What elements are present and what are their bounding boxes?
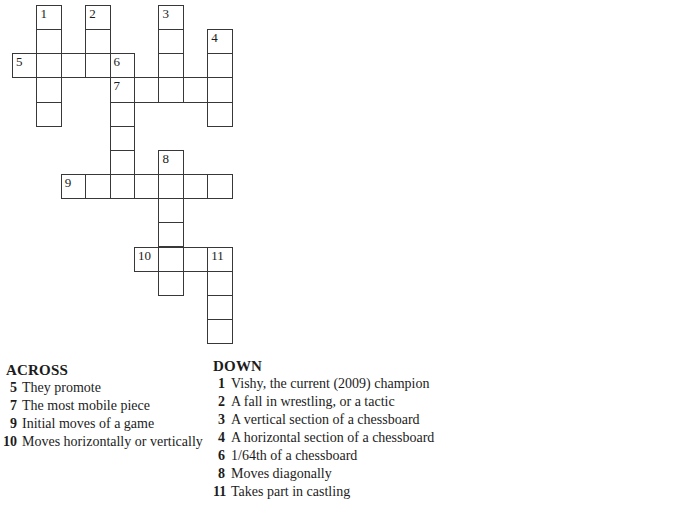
clue-across-7: 7 The most mobile piece xyxy=(0,397,212,415)
cell-number: 7 xyxy=(114,79,121,92)
clue-number: 6 xyxy=(213,447,225,465)
clue-number: 3 xyxy=(213,411,225,429)
grid-cell-r6c6[interactable]: 8 xyxy=(158,150,183,175)
grid-cell-r11c8[interactable] xyxy=(207,271,232,296)
grid-cell-r2c8[interactable] xyxy=(207,53,232,78)
clue-text: Vishy, the current (2009) champion xyxy=(231,375,429,393)
across-clues-section: ACROSS 5 They promote 7 The most mobile … xyxy=(0,361,212,451)
clue-text: A horizontal section of a chessboard xyxy=(231,429,434,447)
crossword-page: 1234567891011 ACROSS 5 They promote 7 Th… xyxy=(0,0,700,528)
clue-number: 9 xyxy=(0,415,17,433)
grid-cell-r1c8[interactable]: 4 xyxy=(207,29,232,54)
clue-text: They promote xyxy=(22,379,101,397)
cell-number: 2 xyxy=(89,7,96,20)
grid-cell-r4c1[interactable] xyxy=(36,102,61,127)
grid-cell-r13c8[interactable] xyxy=(207,319,232,344)
clue-number: 5 xyxy=(0,379,17,397)
grid-cell-r12c8[interactable] xyxy=(207,295,232,320)
clue-down-11: 11 Takes part in castling xyxy=(213,483,473,501)
grid-cell-r0c1[interactable]: 1 xyxy=(36,5,61,30)
grid-cell-r6c4[interactable] xyxy=(110,150,135,175)
grid-cell-r2c4[interactable]: 6 xyxy=(110,53,135,78)
grid-cell-r7c7[interactable] xyxy=(183,174,208,199)
clue-text: A vertical section of a chessboard xyxy=(231,411,420,429)
grid-cell-r3c1[interactable] xyxy=(36,77,61,102)
clue-down-6: 6 1/64th of a chessboard xyxy=(213,447,473,465)
clue-text: The most mobile piece xyxy=(22,397,150,415)
clue-down-8: 8 Moves diagonally xyxy=(213,465,473,483)
grid-cell-r3c7[interactable] xyxy=(183,77,208,102)
grid-cell-r3c6[interactable] xyxy=(158,77,183,102)
grid-cell-r0c6[interactable]: 3 xyxy=(158,5,183,30)
grid-cell-r7c8[interactable] xyxy=(207,174,232,199)
down-header: DOWN xyxy=(213,357,473,375)
grid-cell-r3c8[interactable] xyxy=(207,77,232,102)
clue-down-3: 3 A vertical section of a chessboard xyxy=(213,411,473,429)
cell-number: 5 xyxy=(16,55,23,68)
grid-cell-r5c4[interactable] xyxy=(110,126,135,151)
clue-number: 7 xyxy=(0,397,17,415)
cell-number: 11 xyxy=(211,249,224,262)
grid-cell-r7c4[interactable] xyxy=(110,174,135,199)
clue-number: 1 xyxy=(213,375,225,393)
grid-cell-r2c6[interactable] xyxy=(158,53,183,78)
grid-cell-r10c7[interactable] xyxy=(183,247,208,272)
clue-text: Takes part in castling xyxy=(231,483,350,501)
grid-cell-r10c5[interactable]: 10 xyxy=(134,247,159,272)
grid-cell-r4c4[interactable] xyxy=(110,102,135,127)
clue-number: 4 xyxy=(213,429,225,447)
grid-cell-r7c6[interactable] xyxy=(158,174,183,199)
grid-cell-r3c4[interactable]: 7 xyxy=(110,77,135,102)
clue-number: 8 xyxy=(213,465,225,483)
clue-text: A fall in wrestling, or a tactic xyxy=(231,393,395,411)
cell-number: 6 xyxy=(114,55,121,68)
cell-number: 10 xyxy=(138,249,151,262)
down-clues-section: DOWN 1 Vishy, the current (2009) champio… xyxy=(213,357,473,501)
grid-cell-r10c6[interactable] xyxy=(158,247,183,272)
grid-cell-r7c2[interactable]: 9 xyxy=(61,174,86,199)
cell-number: 8 xyxy=(162,152,169,165)
clue-across-10: 10 Moves horizontally or vertically xyxy=(0,433,212,451)
cell-number: 1 xyxy=(40,7,47,20)
cell-number: 3 xyxy=(162,7,169,20)
grid-cell-r2c1[interactable] xyxy=(36,53,61,78)
across-header: ACROSS xyxy=(6,361,212,379)
grid-cell-r2c0[interactable]: 5 xyxy=(12,53,37,78)
grid-cell-r0c3[interactable]: 2 xyxy=(85,5,110,30)
grid-cell-r9c6[interactable] xyxy=(158,222,183,247)
grid-cell-r1c6[interactable] xyxy=(158,29,183,54)
clue-number: 2 xyxy=(213,393,225,411)
grid-cell-r2c3[interactable] xyxy=(85,53,110,78)
clue-down-4: 4 A horizontal section of a chessboard xyxy=(213,429,473,447)
grid-cell-r7c5[interactable] xyxy=(134,174,159,199)
clue-number: 10 xyxy=(0,433,17,451)
grid-cell-r4c8[interactable] xyxy=(207,102,232,127)
clue-text: Moves diagonally xyxy=(231,465,332,483)
grid-cell-r2c2[interactable] xyxy=(61,53,86,78)
clue-across-9: 9 Initial moves of a game xyxy=(0,415,212,433)
clue-text: Moves horizontally or vertically xyxy=(22,433,203,451)
cell-number: 9 xyxy=(65,176,72,189)
grid-cell-r8c6[interactable] xyxy=(158,198,183,223)
grid-cell-r11c6[interactable] xyxy=(158,271,183,296)
cell-number: 4 xyxy=(211,31,218,44)
clue-across-5: 5 They promote xyxy=(0,379,212,397)
clue-number: 11 xyxy=(213,483,225,501)
grid-cell-r1c3[interactable] xyxy=(85,29,110,54)
clue-down-2: 2 A fall in wrestling, or a tactic xyxy=(213,393,473,411)
clue-text: Initial moves of a game xyxy=(22,415,154,433)
grid-cell-r10c8[interactable]: 11 xyxy=(207,247,232,272)
clue-down-1: 1 Vishy, the current (2009) champion xyxy=(213,375,473,393)
grid-cell-r3c5[interactable] xyxy=(134,77,159,102)
grid-cell-r1c1[interactable] xyxy=(36,29,61,54)
grid-cell-r7c3[interactable] xyxy=(85,174,110,199)
clue-text: 1/64th of a chessboard xyxy=(231,447,357,465)
